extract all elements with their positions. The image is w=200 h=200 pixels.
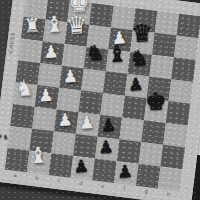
chess-board: ♚♜♝♛♟♛♟♞♝♞♟♟♞♟♚♟♟♟♟♝♟♟ abcdefgh CHESS ♚♞ <box>0 0 200 200</box>
board-brand-text: CHESS <box>7 31 16 53</box>
piece-white-pawn: ♟ <box>59 64 82 87</box>
file-label: e <box>91 181 114 190</box>
file-label: d <box>70 179 93 188</box>
file-label: a <box>4 171 27 180</box>
piece-black-king: ♚ <box>144 90 167 113</box>
piece-black-pawn: ♟ <box>114 160 137 183</box>
piece-black-knight: ♞ <box>84 41 107 64</box>
piece-black-pawn: ♟ <box>94 135 117 158</box>
piece-white-bishop: ♝ <box>27 144 50 167</box>
file-label: f <box>113 184 136 193</box>
piece-black-knight: ♞ <box>127 47 150 70</box>
piece-white-queen: ♛ <box>65 14 88 37</box>
file-label: g <box>135 187 158 196</box>
piece-black-bishop: ♝ <box>106 43 129 66</box>
board-pieces: ♚♜♝♛♟♛♟♞♝♞♟♟♞♟♚♟♟♟♟♝♟♟ <box>5 0 200 191</box>
piece-white-bishop: ♝ <box>43 13 66 36</box>
piece-white-pawn: ♟ <box>53 108 76 131</box>
piece-white-rook: ♜ <box>21 13 44 36</box>
piece-black-pawn: ♟ <box>97 113 120 136</box>
chessboard-photo: ♚♜♝♛♟♛♟♞♝♞♟♟♞♟♚♟♟♟♟♝♟♟ abcdefgh CHESS ♚♞ <box>0 0 200 200</box>
piece-white-pawn: ♟ <box>40 40 63 63</box>
piece-black-pawn: ♟ <box>70 154 93 177</box>
piece-white-knight: ♞ <box>13 77 36 100</box>
file-label: c <box>48 176 71 185</box>
file-label: b <box>26 173 49 182</box>
board-corner-emblem: ♚♞ <box>0 132 9 142</box>
piece-white-pawn: ♟ <box>75 111 98 134</box>
piece-white-pawn: ♟ <box>34 84 57 107</box>
piece-black-queen: ♛ <box>130 22 153 45</box>
file-label: h <box>157 189 180 198</box>
